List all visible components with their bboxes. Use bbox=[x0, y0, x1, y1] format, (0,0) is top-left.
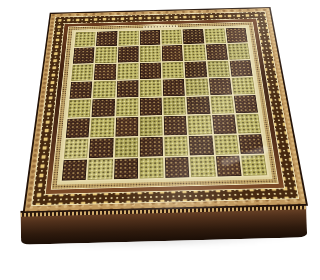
square-c7 bbox=[118, 46, 139, 62]
square-f1 bbox=[190, 156, 215, 177]
square-a7 bbox=[73, 48, 95, 64]
square-f8 bbox=[183, 29, 204, 44]
square-d4 bbox=[140, 98, 162, 116]
board-top bbox=[23, 7, 308, 213]
square-b4 bbox=[92, 99, 115, 117]
square-a2 bbox=[64, 138, 89, 158]
square-a3 bbox=[66, 118, 90, 137]
square-a8 bbox=[74, 32, 95, 47]
micro-mosaic-band bbox=[52, 22, 278, 189]
square-d1 bbox=[140, 157, 164, 178]
square-g2 bbox=[214, 135, 239, 155]
square-g3 bbox=[212, 115, 236, 134]
square-h6 bbox=[229, 60, 252, 76]
square-b1 bbox=[88, 159, 113, 180]
square-f6 bbox=[185, 61, 207, 78]
square-g8 bbox=[204, 28, 226, 43]
photo-background bbox=[0, 0, 320, 280]
square-b6 bbox=[94, 63, 116, 80]
square-d3 bbox=[140, 117, 163, 136]
square-c2 bbox=[114, 137, 138, 157]
burl-wood-band bbox=[25, 8, 306, 211]
square-b8 bbox=[96, 31, 117, 46]
square-a5 bbox=[70, 81, 93, 98]
square-g4 bbox=[210, 96, 234, 114]
star-khatam-band bbox=[32, 12, 298, 205]
square-f3 bbox=[188, 115, 212, 134]
square-h5 bbox=[231, 77, 255, 94]
square-b2 bbox=[89, 138, 113, 158]
square-b3 bbox=[90, 118, 114, 137]
square-f4 bbox=[187, 96, 210, 114]
square-c8 bbox=[118, 31, 138, 46]
ivory-line bbox=[31, 11, 299, 206]
outer-edge-band bbox=[23, 7, 308, 213]
square-e4 bbox=[163, 97, 186, 115]
square-a4 bbox=[68, 99, 91, 117]
square-c1 bbox=[114, 158, 138, 179]
square-f5 bbox=[186, 78, 209, 95]
square-e5 bbox=[163, 79, 185, 96]
square-f7 bbox=[184, 45, 206, 61]
ivory-line bbox=[51, 22, 279, 190]
square-c6 bbox=[117, 63, 138, 80]
square-a1 bbox=[62, 159, 87, 180]
square-b7 bbox=[95, 47, 116, 63]
square-d5 bbox=[140, 80, 162, 97]
square-a6 bbox=[71, 64, 93, 81]
ivory-line bbox=[45, 18, 285, 194]
square-b5 bbox=[93, 81, 115, 98]
board-assembly bbox=[0, 0, 320, 280]
square-d8 bbox=[140, 30, 160, 45]
glossy-wood-frame bbox=[46, 19, 284, 194]
square-e6 bbox=[162, 62, 184, 79]
square-h8 bbox=[226, 28, 248, 43]
square-f2 bbox=[189, 135, 214, 155]
square-h3 bbox=[236, 114, 261, 133]
square-d6 bbox=[140, 62, 161, 79]
square-c3 bbox=[115, 117, 138, 136]
square-g7 bbox=[206, 44, 228, 60]
square-e8 bbox=[161, 30, 182, 45]
square-d7 bbox=[140, 46, 161, 62]
square-d2 bbox=[140, 136, 163, 156]
square-h7 bbox=[227, 44, 250, 60]
square-e1 bbox=[165, 157, 190, 178]
square-g6 bbox=[207, 61, 230, 78]
square-e2 bbox=[164, 136, 188, 156]
square-c5 bbox=[116, 80, 138, 97]
square-e3 bbox=[164, 116, 187, 135]
square-h4 bbox=[234, 95, 258, 113]
square-e7 bbox=[162, 45, 183, 61]
square-c4 bbox=[116, 98, 138, 116]
square-g5 bbox=[209, 78, 232, 95]
